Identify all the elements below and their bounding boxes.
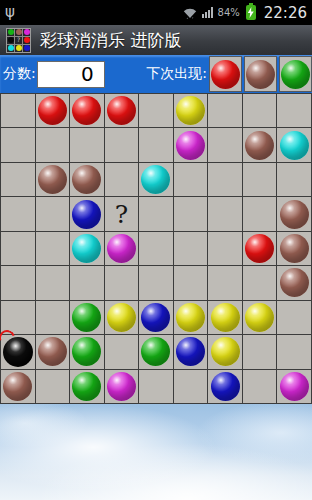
yellow-ball [107,303,136,332]
board-cell[interactable] [208,128,242,161]
brown-ball [280,268,309,297]
magenta-ball [107,372,136,401]
next-ball-cell [244,56,277,92]
cyan-ball [280,131,309,160]
board-cell[interactable] [1,266,35,299]
board-cell[interactable] [208,197,242,230]
board-cell[interactable] [208,163,242,196]
board-cell[interactable] [70,232,104,265]
board-cell[interactable] [139,163,173,196]
board-cell[interactable] [70,301,104,334]
board-cell[interactable] [1,128,35,161]
board-cell[interactable] [36,94,70,127]
green-ball [72,372,101,401]
board-cell[interactable] [243,301,277,334]
blue-ball [72,200,101,229]
green-ball [72,337,101,366]
board-cell[interactable] [105,266,139,299]
board-cell[interactable] [105,370,139,403]
next-ball-cell [209,56,242,92]
board-cell[interactable] [277,335,311,368]
board-cell[interactable] [243,163,277,196]
board-cell[interactable] [70,370,104,403]
board-cell[interactable] [208,301,242,334]
title-bar: ? 彩球消消乐 进阶版 [0,25,312,55]
board-cell[interactable] [139,128,173,161]
board-cell[interactable] [105,301,139,334]
board-cell[interactable] [277,266,311,299]
next-balls-preview [209,56,312,92]
app-icon-cell [7,37,14,44]
board-cell[interactable] [1,94,35,127]
board-cell[interactable] [70,128,104,161]
board-cell[interactable] [36,163,70,196]
board-cell[interactable] [1,163,35,196]
yellow-ball [245,303,274,332]
magenta-ball [280,372,309,401]
app-icon-cell [23,29,30,36]
board-cell[interactable] [174,163,208,196]
question-mark: ? [115,202,128,227]
red-ball [211,60,240,89]
app-screen: ψ 84% 22:26 ? 彩球消消乐 进阶版 分数: 下次出现: ? [0,0,312,500]
board-cell[interactable] [139,370,173,403]
yellow-ball [211,337,240,366]
board-cell[interactable] [277,301,311,334]
app-icon-cell [23,37,30,44]
board-cell[interactable] [174,370,208,403]
status-bar: ψ 84% 22:26 [0,0,312,25]
board-cell[interactable] [174,94,208,127]
brown-ball [246,60,275,89]
board-cell[interactable] [105,163,139,196]
board-cell[interactable] [105,94,139,127]
board-cell[interactable] [243,266,277,299]
board-cell[interactable] [139,266,173,299]
board-cell[interactable] [70,197,104,230]
red-ball [38,96,67,125]
board-cell[interactable] [36,232,70,265]
brown-ball [38,165,67,194]
magenta-ball [176,131,205,160]
board-cell[interactable] [277,232,311,265]
board-cell[interactable] [277,370,311,403]
app-icon-cell [15,45,22,52]
board-cell[interactable] [139,94,173,127]
board-cell[interactable] [208,94,242,127]
cyan-ball [141,165,170,194]
score-input[interactable] [37,61,105,88]
board-cell[interactable] [208,335,242,368]
app-icon: ? [6,28,31,53]
board-cell[interactable] [139,335,173,368]
next-ball-cell [279,56,312,92]
brown-ball [245,131,274,160]
board-cell[interactable] [243,335,277,368]
board-cell[interactable] [174,128,208,161]
yellow-ball [176,303,205,332]
board-cell[interactable]: ? [105,197,139,230]
battery-percent: 84% [218,7,240,18]
app-icon-cell [23,45,30,52]
board-cell[interactable] [243,370,277,403]
board-cell[interactable] [208,370,242,403]
board-cell[interactable] [70,94,104,127]
app-icon-cell [15,29,22,36]
score-label: 分数: [3,65,36,83]
game-board: ? [0,93,312,404]
blue-ball [176,337,205,366]
red-ball [107,96,136,125]
board-cell[interactable] [105,128,139,161]
brown-ball [280,200,309,229]
yellow-ball [176,96,205,125]
battery-charging-icon [246,5,256,20]
board-cell[interactable] [208,266,242,299]
board-cell[interactable] [208,232,242,265]
blue-ball [211,372,240,401]
green-ball [72,303,101,332]
board-cell[interactable] [139,232,173,265]
board-cell[interactable] [36,335,70,368]
board-cell[interactable] [1,232,35,265]
yellow-ball [211,303,240,332]
brown-ball [3,372,32,401]
brown-ball [280,234,309,263]
board-cell[interactable] [70,163,104,196]
board-cell[interactable] [174,301,208,334]
board-cell[interactable] [243,128,277,161]
red-ball [245,234,274,263]
score-panel: 分数: 下次出现: [0,55,312,93]
board-cell[interactable] [36,266,70,299]
board-cell[interactable] [1,335,35,368]
board-cell[interactable] [139,301,173,334]
brown-ball [72,165,101,194]
board-cell[interactable] [174,197,208,230]
board-cell[interactable] [1,197,35,230]
board-cell[interactable] [70,335,104,368]
board-cell[interactable] [139,197,173,230]
red-ball [72,96,101,125]
app-icon-cell: ? [15,37,22,44]
board-cell[interactable] [243,232,277,265]
board-cell[interactable] [36,370,70,403]
wifi-icon [183,7,197,19]
board-cell[interactable] [105,335,139,368]
magenta-ball [107,234,136,263]
board-cell[interactable] [243,197,277,230]
green-ball [281,60,310,89]
board-cell[interactable] [36,128,70,161]
bomb-ball [3,337,33,367]
cyan-ball [72,234,101,263]
board-cell[interactable] [70,266,104,299]
app-title: 彩球消消乐 进阶版 [40,29,181,52]
board-cell[interactable] [277,163,311,196]
board-cell[interactable] [277,94,311,127]
charging-bolt-icon [248,7,254,18]
app-icon-cell [7,29,14,36]
board-cell[interactable] [174,232,208,265]
board-cell[interactable] [277,128,311,161]
board-cell[interactable] [243,94,277,127]
board-cell[interactable] [36,197,70,230]
clock: 22:26 [264,4,307,22]
app-icon-cell [7,45,14,52]
board-cell[interactable] [1,370,35,403]
green-ball [141,337,170,366]
sky-background [0,404,312,500]
signal-strength-icon [202,7,213,18]
board-cell[interactable] [105,232,139,265]
board-cell[interactable] [277,197,311,230]
usb-icon: ψ [5,5,15,20]
brown-ball [38,337,67,366]
blue-ball [141,303,170,332]
board-cell[interactable] [174,335,208,368]
next-balls-label: 下次出现: [146,65,207,83]
board-cell[interactable] [36,301,70,334]
board-cell[interactable] [174,266,208,299]
